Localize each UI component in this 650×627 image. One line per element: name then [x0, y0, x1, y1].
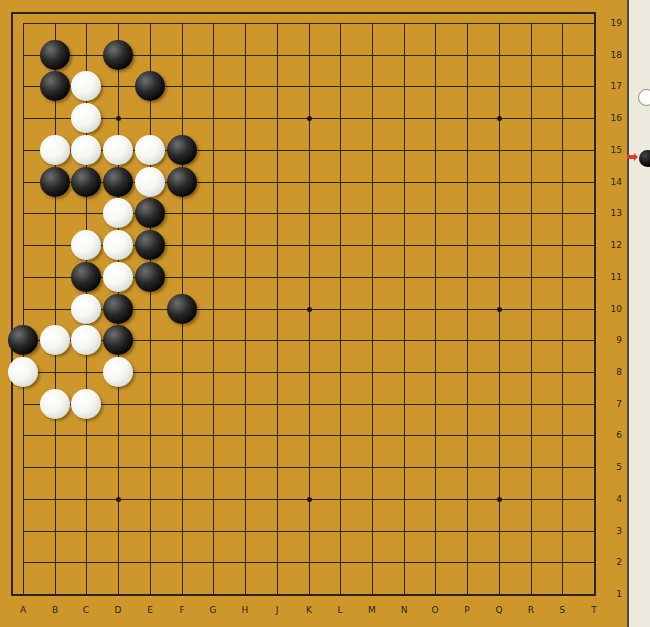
- white-stone[interactable]: [40, 325, 70, 355]
- grid-line: [467, 23, 468, 594]
- row-label: 9: [600, 334, 622, 346]
- column-label: R: [519, 604, 543, 616]
- row-label: 5: [600, 461, 622, 473]
- grid-line: [594, 23, 595, 594]
- white-stone[interactable]: [40, 135, 70, 165]
- grid-line: [23, 467, 594, 468]
- grid-line: [23, 531, 594, 532]
- turn-marker-arrow-icon: [627, 155, 634, 159]
- black-stone[interactable]: [167, 294, 197, 324]
- black-stone[interactable]: [135, 198, 165, 228]
- white-stone[interactable]: [71, 135, 101, 165]
- column-label: H: [233, 604, 257, 616]
- black-stone[interactable]: [40, 71, 70, 101]
- white-stone[interactable]: [71, 325, 101, 355]
- black-stone[interactable]: [103, 167, 133, 197]
- column-label: F: [170, 604, 194, 616]
- column-label: K: [297, 604, 321, 616]
- grid-line: [531, 23, 532, 594]
- black-stone[interactable]: [103, 40, 133, 70]
- white-stone[interactable]: [103, 230, 133, 260]
- column-label: A: [11, 604, 35, 616]
- white-stone[interactable]: [103, 262, 133, 292]
- row-label: 12: [600, 239, 622, 251]
- white-stone[interactable]: [71, 103, 101, 133]
- star-point: [307, 116, 312, 121]
- black-stone[interactable]: [40, 167, 70, 197]
- black-stone[interactable]: [167, 167, 197, 197]
- row-label: 14: [600, 176, 622, 188]
- star-point: [116, 116, 121, 121]
- star-point: [307, 497, 312, 502]
- column-label: O: [423, 604, 447, 616]
- row-label: 13: [600, 207, 622, 219]
- grid-line: [404, 23, 405, 594]
- star-point: [497, 497, 502, 502]
- row-label: 17: [600, 80, 622, 92]
- grid-line: [372, 23, 373, 594]
- row-label: 16: [600, 112, 622, 124]
- black-player-stone-icon: [639, 150, 650, 167]
- grid-line: [23, 404, 594, 405]
- go-app-window: ABCDEFGHJKLMNOPQRST191817161514131211109…: [0, 0, 650, 627]
- star-point: [497, 116, 502, 121]
- column-label: E: [138, 604, 162, 616]
- white-stone[interactable]: [40, 389, 70, 419]
- column-label: C: [74, 604, 98, 616]
- white-stone[interactable]: [103, 357, 133, 387]
- white-stone[interactable]: [103, 198, 133, 228]
- column-label: D: [106, 604, 130, 616]
- row-label: 3: [600, 525, 622, 537]
- grid-line: [562, 23, 563, 594]
- row-label: 8: [600, 366, 622, 378]
- column-label: S: [550, 604, 574, 616]
- row-label: 7: [600, 398, 622, 410]
- column-label: J: [265, 604, 289, 616]
- grid-line: [340, 23, 341, 594]
- column-label: N: [392, 604, 416, 616]
- column-label: P: [455, 604, 479, 616]
- black-stone[interactable]: [71, 167, 101, 197]
- white-stone[interactable]: [103, 135, 133, 165]
- grid-line: [23, 594, 594, 595]
- grid-line: [23, 562, 594, 563]
- row-label: 18: [600, 49, 622, 61]
- black-stone[interactable]: [71, 262, 101, 292]
- column-label: Q: [487, 604, 511, 616]
- white-player-stone-icon: [638, 89, 650, 106]
- black-stone[interactable]: [135, 262, 165, 292]
- row-label: 10: [600, 303, 622, 315]
- black-stone[interactable]: [103, 294, 133, 324]
- black-stone[interactable]: [135, 230, 165, 260]
- white-stone[interactable]: [8, 357, 38, 387]
- grid-line: [435, 23, 436, 594]
- row-label: 6: [600, 429, 622, 441]
- row-label: 2: [600, 556, 622, 568]
- grid-line: [23, 435, 594, 436]
- row-label: 1: [600, 588, 622, 600]
- column-label: L: [328, 604, 352, 616]
- column-label: B: [43, 604, 67, 616]
- row-label: 11: [600, 271, 622, 283]
- star-point: [307, 307, 312, 312]
- column-label: G: [201, 604, 225, 616]
- white-stone[interactable]: [135, 167, 165, 197]
- white-stone[interactable]: [135, 135, 165, 165]
- row-label: 15: [600, 144, 622, 156]
- white-stone[interactable]: [71, 294, 101, 324]
- white-stone[interactable]: [71, 389, 101, 419]
- column-label: M: [360, 604, 384, 616]
- black-stone[interactable]: [103, 325, 133, 355]
- star-point: [497, 307, 502, 312]
- column-label: T: [582, 604, 606, 616]
- black-stone[interactable]: [167, 135, 197, 165]
- white-stone[interactable]: [71, 230, 101, 260]
- row-label: 4: [600, 493, 622, 505]
- black-stone[interactable]: [8, 325, 38, 355]
- go-board[interactable]: ABCDEFGHJKLMNOPQRST191817161514131211109…: [0, 0, 627, 627]
- row-label: 19: [600, 17, 622, 29]
- black-stone[interactable]: [135, 71, 165, 101]
- black-stone[interactable]: [40, 40, 70, 70]
- white-stone[interactable]: [71, 71, 101, 101]
- star-point: [116, 497, 121, 502]
